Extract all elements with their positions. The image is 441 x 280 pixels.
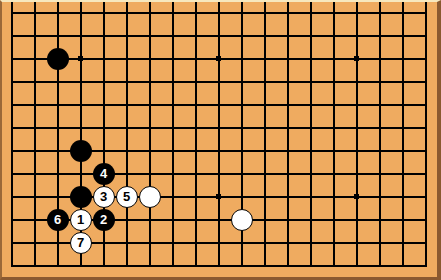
board-intersection <box>368 47 391 70</box>
board-intersection <box>161 70 184 93</box>
star-point <box>354 194 359 199</box>
board-intersection <box>69 93 92 116</box>
board-intersection <box>69 162 92 185</box>
board-intersection <box>115 47 138 70</box>
board-intersection <box>138 139 161 162</box>
board-intersection <box>115 231 138 254</box>
board-intersection <box>23 116 46 139</box>
board-intersection <box>46 139 69 162</box>
board-intersection <box>161 116 184 139</box>
board-intersection <box>230 116 253 139</box>
white-stone <box>231 209 253 231</box>
black-stone: 2 <box>93 209 115 231</box>
board-intersection: 1 <box>69 208 92 231</box>
star-point <box>216 194 221 199</box>
board-intersection <box>92 231 115 254</box>
board-intersection <box>345 47 368 70</box>
board-intersection <box>92 139 115 162</box>
board-intersection <box>138 254 161 277</box>
board-intersection <box>184 1 207 24</box>
board-intersection <box>230 139 253 162</box>
board-intersection <box>230 254 253 277</box>
board-intersection <box>46 70 69 93</box>
white-stone: 3 <box>93 186 115 208</box>
board-intersection <box>299 162 322 185</box>
board-intersection <box>414 24 437 47</box>
board-intersection <box>345 254 368 277</box>
board-intersection <box>115 70 138 93</box>
board-intersection <box>161 139 184 162</box>
stone-number: 6 <box>54 212 61 227</box>
board-intersection <box>230 47 253 70</box>
go-board-diagram: 4356127 <box>0 0 441 280</box>
board-intersection <box>184 47 207 70</box>
board-intersection <box>230 185 253 208</box>
board-intersection <box>276 185 299 208</box>
board-intersection <box>69 47 92 70</box>
board-intersection <box>414 116 437 139</box>
board-intersection <box>253 24 276 47</box>
board-intersection <box>253 185 276 208</box>
board-intersection <box>207 116 230 139</box>
board-intersection <box>253 1 276 24</box>
board-intersection <box>322 231 345 254</box>
star-point <box>354 56 359 61</box>
board-intersection <box>368 139 391 162</box>
board-intersection: 2 <box>92 208 115 231</box>
board-intersection <box>253 208 276 231</box>
board-intersection <box>184 162 207 185</box>
board-intersection <box>184 254 207 277</box>
board-intersection <box>414 93 437 116</box>
board-intersection <box>138 47 161 70</box>
board-intersection <box>207 162 230 185</box>
white-stone: 1 <box>70 209 92 231</box>
board-intersection <box>253 93 276 116</box>
board-intersection <box>391 116 414 139</box>
board-intersection <box>230 70 253 93</box>
board-intersection <box>23 231 46 254</box>
board-intersection <box>345 162 368 185</box>
board-intersection <box>299 231 322 254</box>
board-intersection <box>368 162 391 185</box>
board-intersection <box>92 1 115 24</box>
board-intersection <box>115 208 138 231</box>
board-intersection <box>253 254 276 277</box>
board-intersection <box>414 1 437 24</box>
board-intersection <box>299 24 322 47</box>
board-intersection <box>299 208 322 231</box>
board-intersection <box>391 185 414 208</box>
board-intersection <box>414 162 437 185</box>
white-stone: 5 <box>116 186 138 208</box>
board-intersection <box>207 208 230 231</box>
board-intersection <box>299 47 322 70</box>
black-stone: 6 <box>47 209 69 231</box>
board-intersection <box>345 116 368 139</box>
board-intersection <box>276 139 299 162</box>
board-intersection: 7 <box>69 231 92 254</box>
board-intersection <box>368 116 391 139</box>
board-intersection <box>0 24 23 47</box>
board-intersection <box>115 254 138 277</box>
board-intersection <box>299 185 322 208</box>
board-intersection <box>414 139 437 162</box>
board-intersection <box>276 24 299 47</box>
board-intersection <box>92 70 115 93</box>
board-intersection <box>414 47 437 70</box>
board-intersection <box>345 93 368 116</box>
board-intersection <box>207 70 230 93</box>
board-intersection <box>46 93 69 116</box>
board-intersection: 4 <box>92 162 115 185</box>
board-intersection <box>138 208 161 231</box>
board-intersection <box>230 231 253 254</box>
board-intersection <box>161 24 184 47</box>
board-intersection <box>253 231 276 254</box>
board-intersection <box>322 185 345 208</box>
board-intersection <box>414 254 437 277</box>
board-intersection <box>46 47 69 70</box>
board-intersection <box>322 93 345 116</box>
black-stone: 4 <box>93 163 115 185</box>
board-intersection <box>276 70 299 93</box>
board-intersection <box>46 1 69 24</box>
stone-number: 4 <box>100 166 107 181</box>
board-intersection <box>161 185 184 208</box>
black-stone <box>70 140 92 162</box>
board-intersection <box>23 47 46 70</box>
board-intersection <box>253 139 276 162</box>
board-intersection <box>391 162 414 185</box>
board-intersection <box>322 1 345 24</box>
board-intersection <box>368 1 391 24</box>
board-intersection <box>207 93 230 116</box>
board-intersection <box>276 162 299 185</box>
board-intersection <box>391 93 414 116</box>
board-intersection <box>253 162 276 185</box>
board-intersection <box>322 116 345 139</box>
board-intersection <box>230 24 253 47</box>
board-intersection <box>322 47 345 70</box>
board-intersection <box>46 24 69 47</box>
board-intersection <box>23 162 46 185</box>
board-intersection <box>138 162 161 185</box>
board-intersection <box>92 116 115 139</box>
board-intersection <box>0 93 23 116</box>
board-intersection <box>230 1 253 24</box>
board-intersection <box>69 185 92 208</box>
board-intersection <box>184 116 207 139</box>
board-intersection <box>23 93 46 116</box>
board-intersection <box>0 47 23 70</box>
board-intersection <box>46 254 69 277</box>
board-intersection <box>23 1 46 24</box>
board-intersection <box>368 185 391 208</box>
board-intersection <box>23 139 46 162</box>
board-intersection <box>345 70 368 93</box>
board-intersection <box>345 24 368 47</box>
board-intersection <box>368 231 391 254</box>
board-intersection <box>161 254 184 277</box>
board-intersection <box>161 1 184 24</box>
board-intersection <box>391 254 414 277</box>
board-intersection <box>0 162 23 185</box>
board-intersection <box>46 116 69 139</box>
board-intersection: 6 <box>46 208 69 231</box>
board-intersection <box>138 93 161 116</box>
board-intersection <box>276 116 299 139</box>
board-intersection <box>299 70 322 93</box>
board-intersection <box>69 254 92 277</box>
board-intersection <box>276 1 299 24</box>
board-intersection <box>414 208 437 231</box>
white-stone <box>139 186 161 208</box>
board-intersection <box>345 1 368 24</box>
board-intersection <box>414 185 437 208</box>
board-intersection <box>0 1 23 24</box>
board-intersection <box>391 231 414 254</box>
board-intersection <box>138 24 161 47</box>
board-intersection <box>345 185 368 208</box>
board-intersection <box>0 70 23 93</box>
board-intersection: 3 <box>92 185 115 208</box>
board-intersection <box>138 185 161 208</box>
board-intersection <box>0 208 23 231</box>
board-intersection <box>207 47 230 70</box>
board-intersection <box>92 24 115 47</box>
board-intersection <box>23 254 46 277</box>
board-intersection <box>207 1 230 24</box>
board-intersection <box>46 185 69 208</box>
board-intersection <box>115 93 138 116</box>
board-intersection <box>69 70 92 93</box>
board-intersection <box>322 208 345 231</box>
board-intersection <box>207 185 230 208</box>
board-intersection <box>69 139 92 162</box>
board-intersection <box>92 93 115 116</box>
board-intersection <box>138 70 161 93</box>
board-intersection <box>46 162 69 185</box>
board-intersection <box>161 162 184 185</box>
board-intersection <box>230 93 253 116</box>
star-point <box>216 56 221 61</box>
board-intersection <box>299 93 322 116</box>
board-intersection <box>322 254 345 277</box>
board-intersection <box>391 139 414 162</box>
go-board: 4356127 <box>0 1 437 277</box>
board-intersection <box>69 116 92 139</box>
board-intersection <box>23 208 46 231</box>
board-intersection <box>161 47 184 70</box>
board-intersection <box>161 93 184 116</box>
board-intersection <box>368 254 391 277</box>
board-intersection <box>276 254 299 277</box>
board-intersection <box>345 208 368 231</box>
board-intersection <box>253 70 276 93</box>
board-intersection <box>184 231 207 254</box>
board-intersection <box>0 116 23 139</box>
board-intersection <box>115 1 138 24</box>
white-stone: 7 <box>70 232 92 254</box>
board-intersection <box>414 231 437 254</box>
board-intersection <box>115 162 138 185</box>
board-intersection <box>322 70 345 93</box>
board-intersection <box>207 139 230 162</box>
board-intersection <box>46 231 69 254</box>
board-intersection <box>299 116 322 139</box>
board-intersection <box>276 93 299 116</box>
stone-number: 5 <box>123 189 130 204</box>
board-intersection <box>115 116 138 139</box>
stone-number: 7 <box>77 235 84 250</box>
board-intersection <box>345 231 368 254</box>
board-intersection <box>69 24 92 47</box>
board-intersection <box>368 93 391 116</box>
board-intersection <box>414 70 437 93</box>
star-point <box>78 56 83 61</box>
board-intersection <box>92 47 115 70</box>
black-stone <box>70 186 92 208</box>
board-intersection <box>0 231 23 254</box>
board-intersection <box>115 24 138 47</box>
board-intersection <box>138 116 161 139</box>
board-intersection <box>138 1 161 24</box>
board-intersection <box>230 208 253 231</box>
board-intersection <box>276 47 299 70</box>
board-intersection <box>322 24 345 47</box>
board-intersection <box>368 24 391 47</box>
board-intersection <box>230 162 253 185</box>
board-intersection <box>69 1 92 24</box>
board-intersection <box>253 116 276 139</box>
board-intersection <box>322 162 345 185</box>
board-intersection: 5 <box>115 185 138 208</box>
board-intersection <box>345 139 368 162</box>
board-intersection <box>161 231 184 254</box>
board-intersection <box>276 208 299 231</box>
board-intersection <box>184 24 207 47</box>
board-intersection <box>0 254 23 277</box>
board-intersection <box>138 231 161 254</box>
board-intersection <box>207 254 230 277</box>
board-intersection <box>391 47 414 70</box>
board-intersection <box>391 1 414 24</box>
board-intersection <box>299 1 322 24</box>
board-intersection <box>368 70 391 93</box>
board-intersection <box>299 139 322 162</box>
board-intersection <box>184 93 207 116</box>
board-intersection <box>184 70 207 93</box>
board-intersection <box>391 24 414 47</box>
board-intersection <box>207 231 230 254</box>
board-intersection <box>184 139 207 162</box>
board-intersection <box>391 70 414 93</box>
black-stone <box>47 48 69 70</box>
stone-number: 1 <box>77 212 84 227</box>
board-intersection <box>92 254 115 277</box>
stone-number: 2 <box>100 212 107 227</box>
board-intersection <box>0 185 23 208</box>
board-intersection <box>23 70 46 93</box>
board-intersection <box>115 139 138 162</box>
board-intersection <box>0 139 23 162</box>
board-intersection <box>322 139 345 162</box>
stone-number: 3 <box>100 189 107 204</box>
board-intersection <box>184 185 207 208</box>
board-intersection <box>207 24 230 47</box>
board-intersection <box>391 208 414 231</box>
board-intersection <box>368 208 391 231</box>
board-intersection <box>23 24 46 47</box>
board-intersection <box>184 208 207 231</box>
board-intersection <box>23 185 46 208</box>
board-intersection <box>253 47 276 70</box>
board-intersection <box>299 254 322 277</box>
board-intersection <box>276 231 299 254</box>
board-intersection <box>161 208 184 231</box>
